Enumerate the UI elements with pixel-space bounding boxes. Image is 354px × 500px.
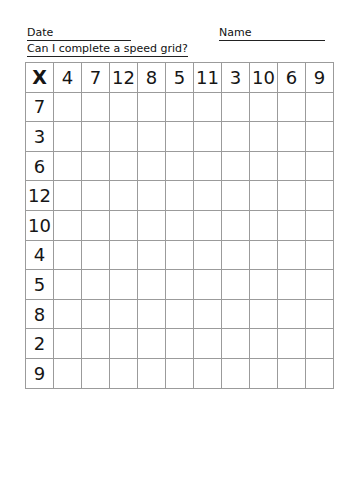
answer-cell[interactable] (306, 93, 334, 123)
answer-cell[interactable] (194, 93, 222, 123)
answer-cell[interactable] (166, 359, 194, 389)
answer-cell[interactable] (54, 211, 82, 241)
answer-cell[interactable] (250, 181, 278, 211)
col-header-cell: 9 (306, 63, 334, 93)
answer-cell[interactable] (110, 270, 138, 300)
answer-cell[interactable] (82, 270, 110, 300)
row-header-cell: 2 (26, 329, 54, 359)
answer-cell[interactable] (306, 241, 334, 271)
answer-cell[interactable] (138, 329, 166, 359)
answer-cell[interactable] (54, 93, 82, 123)
answer-cell[interactable] (54, 181, 82, 211)
answer-cell[interactable] (138, 241, 166, 271)
name-field[interactable]: Name (219, 26, 325, 41)
row-header-cell: 10 (26, 211, 54, 241)
answer-cell[interactable] (110, 211, 138, 241)
answer-cell[interactable] (278, 329, 306, 359)
row-header-cell: 12 (26, 181, 54, 211)
answer-cell[interactable] (278, 152, 306, 182)
answer-cell[interactable] (110, 329, 138, 359)
answer-cell[interactable] (306, 300, 334, 330)
answer-cell[interactable] (194, 122, 222, 152)
answer-cell[interactable] (194, 181, 222, 211)
answer-cell[interactable] (54, 300, 82, 330)
answer-cell[interactable] (138, 270, 166, 300)
answer-cell[interactable] (138, 93, 166, 123)
row-header-cell: 8 (26, 300, 54, 330)
worksheet-title: Can I complete a speed grid? (27, 42, 188, 57)
answer-cell[interactable] (82, 241, 110, 271)
answer-cell[interactable] (250, 300, 278, 330)
answer-cell[interactable] (54, 152, 82, 182)
col-header-cell: 3 (222, 63, 250, 93)
answer-cell[interactable] (110, 181, 138, 211)
answer-cell[interactable] (306, 152, 334, 182)
answer-cell[interactable] (166, 211, 194, 241)
answer-cell[interactable] (250, 359, 278, 389)
answer-cell[interactable] (138, 211, 166, 241)
answer-cell[interactable] (306, 359, 334, 389)
answer-cell[interactable] (250, 152, 278, 182)
col-header-cell: 4 (54, 63, 82, 93)
answer-cell[interactable] (166, 181, 194, 211)
row-header-cell: 7 (26, 93, 54, 123)
answer-cell[interactable] (194, 359, 222, 389)
answer-cell[interactable] (82, 122, 110, 152)
answer-cell[interactable] (54, 122, 82, 152)
answer-cell[interactable] (194, 241, 222, 271)
answer-cell[interactable] (166, 152, 194, 182)
answer-cell[interactable] (82, 300, 110, 330)
row-header-cell: 9 (26, 359, 54, 389)
row-header-cell: 5 (26, 270, 54, 300)
answer-cell[interactable] (138, 122, 166, 152)
date-field[interactable]: Date (27, 26, 131, 41)
answer-cell[interactable] (222, 300, 250, 330)
answer-cell[interactable] (278, 270, 306, 300)
answer-cell[interactable] (278, 181, 306, 211)
row-header-cell: 3 (26, 122, 54, 152)
answer-cell[interactable] (166, 241, 194, 271)
answer-cell[interactable] (54, 329, 82, 359)
worksheet-page: Date Name Can I complete a speed grid? X… (0, 0, 354, 500)
answer-cell[interactable] (278, 93, 306, 123)
col-header-cell: 11 (194, 63, 222, 93)
date-label: Date (27, 26, 53, 39)
answer-cell[interactable] (306, 122, 334, 152)
answer-cell[interactable] (82, 152, 110, 182)
answer-cell[interactable] (110, 152, 138, 182)
answer-cell[interactable] (222, 329, 250, 359)
answer-cell[interactable] (222, 181, 250, 211)
answer-cell[interactable] (54, 241, 82, 271)
answer-cell[interactable] (222, 241, 250, 271)
answer-cell[interactable] (194, 152, 222, 182)
answer-cell[interactable] (82, 359, 110, 389)
answer-cell[interactable] (250, 241, 278, 271)
answer-cell[interactable] (250, 329, 278, 359)
answer-cell[interactable] (222, 211, 250, 241)
answer-cell[interactable] (278, 300, 306, 330)
answer-cell[interactable] (110, 93, 138, 123)
answer-cell[interactable] (110, 300, 138, 330)
answer-cell[interactable] (54, 359, 82, 389)
answer-cell[interactable] (110, 241, 138, 271)
answer-cell[interactable] (222, 93, 250, 123)
answer-cell[interactable] (194, 329, 222, 359)
col-header-cell: 8 (138, 63, 166, 93)
answer-cell[interactable] (194, 300, 222, 330)
answer-cell[interactable] (250, 93, 278, 123)
answer-cell[interactable] (166, 300, 194, 330)
col-header-cell: 6 (278, 63, 306, 93)
row-header-cell: 6 (26, 152, 54, 182)
answer-cell[interactable] (138, 152, 166, 182)
answer-cell[interactable] (194, 270, 222, 300)
answer-cell[interactable] (166, 270, 194, 300)
col-header-cell: 12 (110, 63, 138, 93)
answer-cell[interactable] (222, 152, 250, 182)
answer-cell[interactable] (82, 181, 110, 211)
answer-cell[interactable] (166, 122, 194, 152)
answer-cell[interactable] (278, 241, 306, 271)
answer-cell[interactable] (306, 181, 334, 211)
speed-grid: X4712851131069736121045829 (25, 62, 334, 389)
answer-cell[interactable] (222, 122, 250, 152)
col-header-cell: 7 (82, 63, 110, 93)
answer-cell[interactable] (110, 359, 138, 389)
answer-cell[interactable] (138, 181, 166, 211)
answer-cell[interactable] (222, 270, 250, 300)
answer-cell[interactable] (166, 93, 194, 123)
answer-cell[interactable] (82, 211, 110, 241)
answer-cell[interactable] (54, 270, 82, 300)
answer-cell[interactable] (166, 329, 194, 359)
answer-cell[interactable] (250, 122, 278, 152)
answer-cell[interactable] (306, 270, 334, 300)
answer-cell[interactable] (110, 122, 138, 152)
col-header-cell: 10 (250, 63, 278, 93)
answer-cell[interactable] (138, 300, 166, 330)
name-label: Name (219, 26, 251, 39)
answer-cell[interactable] (306, 211, 334, 241)
answer-cell[interactable] (82, 93, 110, 123)
answer-cell[interactable] (194, 211, 222, 241)
multiply-symbol-cell: X (26, 63, 54, 93)
answer-cell[interactable] (278, 122, 306, 152)
answer-cell[interactable] (250, 211, 278, 241)
answer-cell[interactable] (250, 270, 278, 300)
answer-cell[interactable] (222, 359, 250, 389)
answer-cell[interactable] (278, 211, 306, 241)
answer-cell[interactable] (306, 329, 334, 359)
answer-cell[interactable] (278, 359, 306, 389)
col-header-cell: 5 (166, 63, 194, 93)
answer-cell[interactable] (82, 329, 110, 359)
row-header-cell: 4 (26, 241, 54, 271)
answer-cell[interactable] (138, 359, 166, 389)
